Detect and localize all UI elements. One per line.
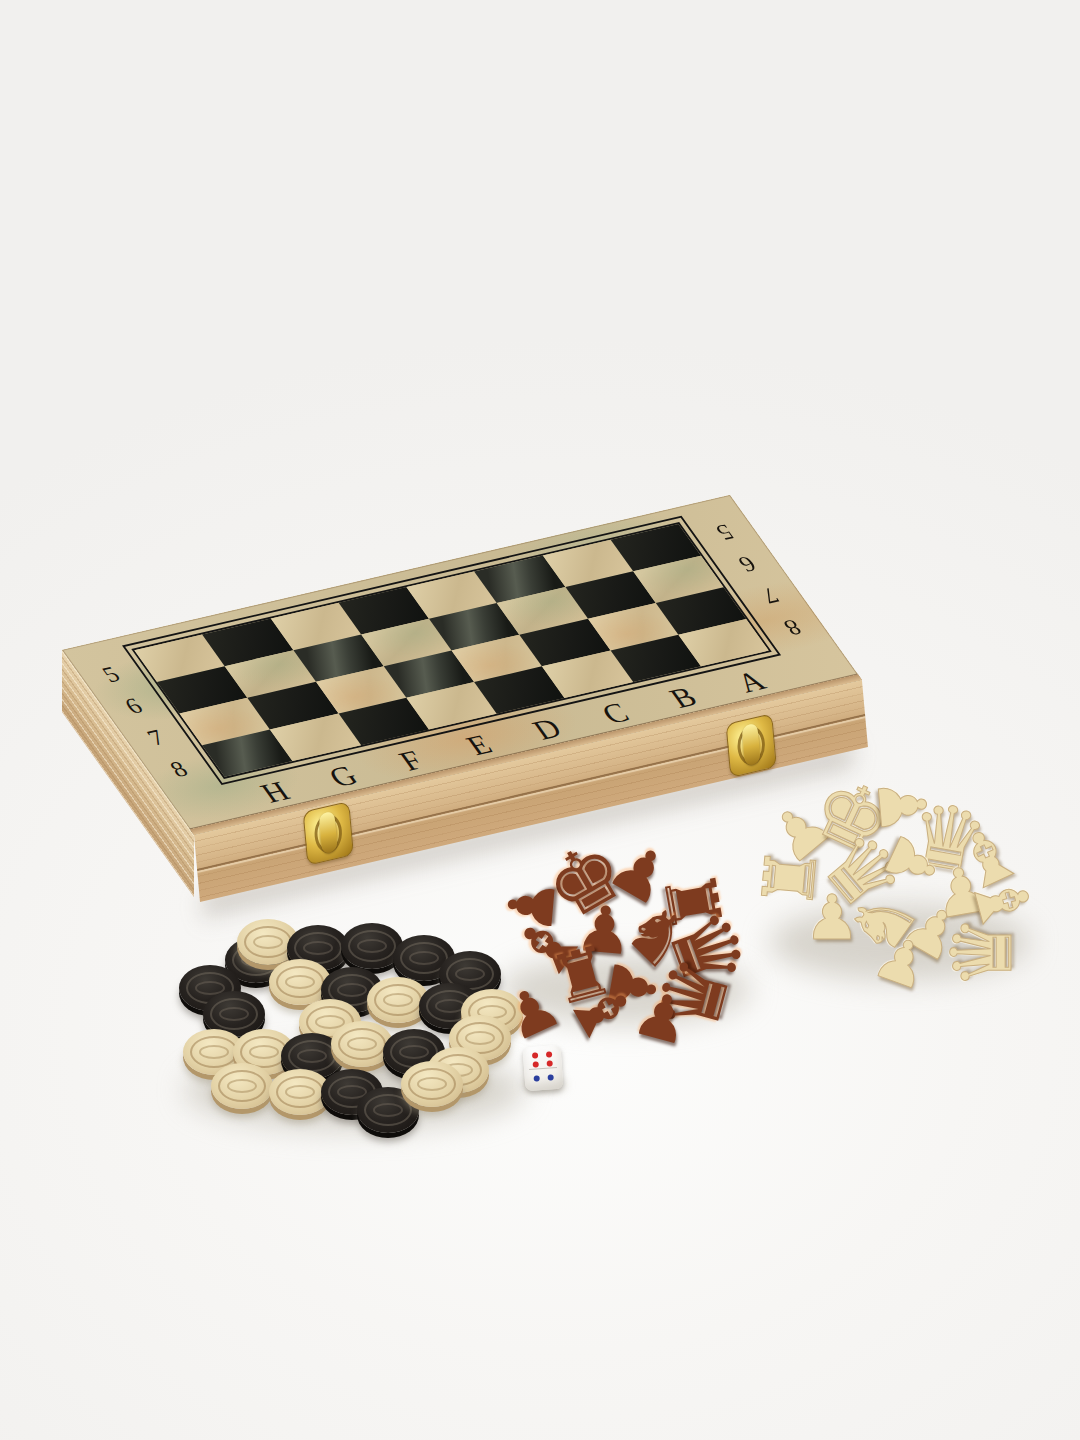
die-pip-red (533, 1061, 539, 1067)
die (523, 1045, 564, 1092)
brass-latch (303, 801, 354, 866)
die-pip-red (546, 1060, 552, 1066)
product-photo-scene: 56785678HGFEDCBA ♚♟♟♜♛♝♟♞♜♟♛♟♝♟ ♟♚♟♛♝♜♛♟… (0, 0, 1080, 1440)
rank-label-right-5: 5 (701, 515, 749, 548)
rank-label-left-6: 6 (110, 689, 158, 722)
rank-label-left-5: 5 (87, 658, 135, 691)
rank-label-right-6: 6 (723, 547, 771, 580)
die-pip-blue (547, 1074, 553, 1080)
rank-label-right-8: 8 (768, 610, 816, 643)
die-pip-red (546, 1051, 552, 1057)
rank-label-right-7: 7 (746, 579, 794, 612)
brass-latch (726, 713, 777, 778)
cream-checker (401, 1061, 463, 1107)
cream-checker (211, 1063, 273, 1109)
rank-label-left-7: 7 (132, 721, 180, 754)
light-piece-queen: ♛ (940, 914, 1024, 989)
rank-label-left-8: 8 (155, 753, 203, 786)
die-pip-blue (534, 1075, 540, 1081)
die-pip-red (532, 1052, 538, 1058)
die-top-face (528, 1049, 557, 1070)
die-front-face (529, 1070, 558, 1086)
